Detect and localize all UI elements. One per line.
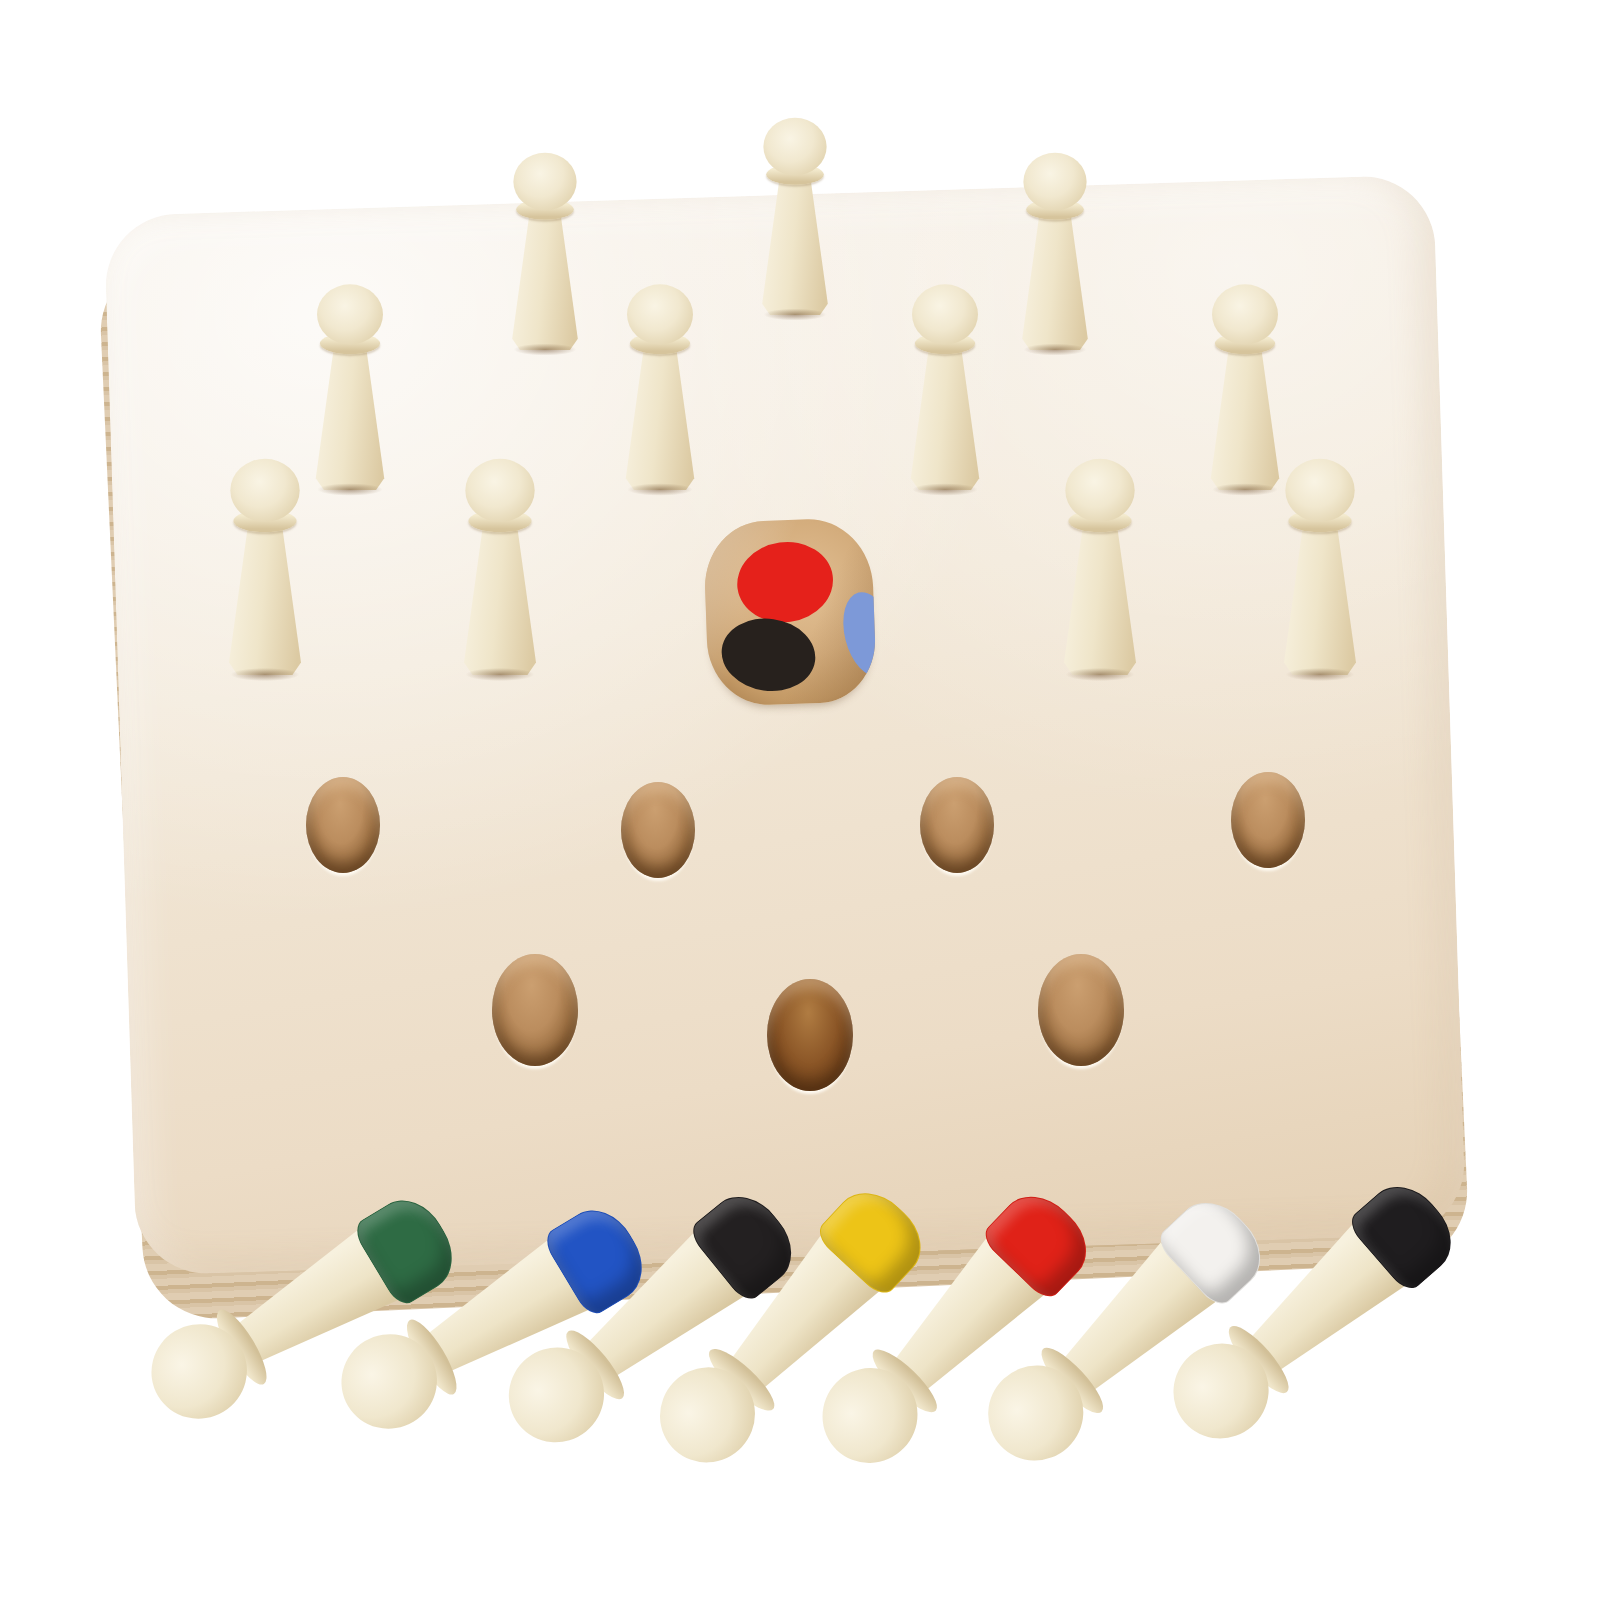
board-cell-empty-hole [832,655,1082,825]
board-cell-empty-hole [1143,650,1393,820]
tray-peg-head [969,1346,1103,1480]
peg-body [222,520,308,675]
tray-peg-head [640,1348,774,1482]
tray-peg-head [803,1348,937,1482]
board-cell-empty-hole [410,840,660,1010]
board-cell-peg [140,505,390,675]
wooden-peg[interactable] [1057,459,1143,675]
peg-body [309,343,390,490]
peg-body [904,343,985,490]
wooden-peg[interactable] [457,459,543,675]
peg-body [619,343,700,490]
peg-body [457,520,543,675]
tray-peg-head [1154,1324,1288,1458]
peg-head [513,153,576,211]
peg-head [1285,459,1354,522]
peg-body [1057,520,1143,675]
board-cell-die [665,500,915,670]
die-top-red-dot [732,536,838,629]
empty-peg-hole[interactable] [492,954,578,1066]
tray-peg-collar [865,1342,945,1420]
board-cell-empty-hole [533,660,783,830]
empty-peg-hole[interactable] [767,979,853,1091]
board-cell-peg [375,505,625,675]
board-cell-peg [820,320,1070,490]
empty-peg-hole[interactable] [1038,954,1124,1066]
wooden-peg[interactable] [1277,459,1363,675]
tray-peg-head [490,1328,624,1461]
peg-body [1204,343,1285,490]
wooden-peg[interactable] [1204,284,1285,490]
tray-peg-collar [398,1313,465,1400]
peg-head [1023,153,1086,211]
wooden-peg[interactable] [904,284,985,490]
peg-head [912,284,978,344]
peg-head [1065,459,1134,522]
tray-peg-head [134,1306,265,1436]
wooden-peg[interactable] [222,459,308,675]
tray-peg-collar [1221,1319,1297,1401]
peg-body [756,174,834,315]
empty-peg-hole[interactable] [1231,772,1305,868]
empty-peg-hole[interactable] [306,777,380,873]
tray-peg-collar [701,1341,782,1419]
tray-peg-head [324,1316,455,1446]
peg-head [230,459,299,522]
board-cell-peg [670,145,920,315]
wooden-peg[interactable] [756,118,834,315]
peg-head [1212,284,1278,344]
board-cell-empty-hole [685,865,935,1035]
peg-head [763,118,826,176]
peg-head [627,284,693,344]
wooden-peg[interactable] [619,284,700,490]
board-cell-empty-hole [218,655,468,825]
tray-peg-collar [1033,1340,1111,1421]
memory-chess-photo [0,0,1600,1600]
board-cell-empty-hole [956,840,1206,1010]
tray-peg-collar [558,1323,632,1406]
peg-head [465,459,534,522]
board-grid [170,160,1420,1010]
board-cell-peg [535,320,785,490]
peg-head [317,284,383,344]
wooden-peg[interactable] [309,284,390,490]
